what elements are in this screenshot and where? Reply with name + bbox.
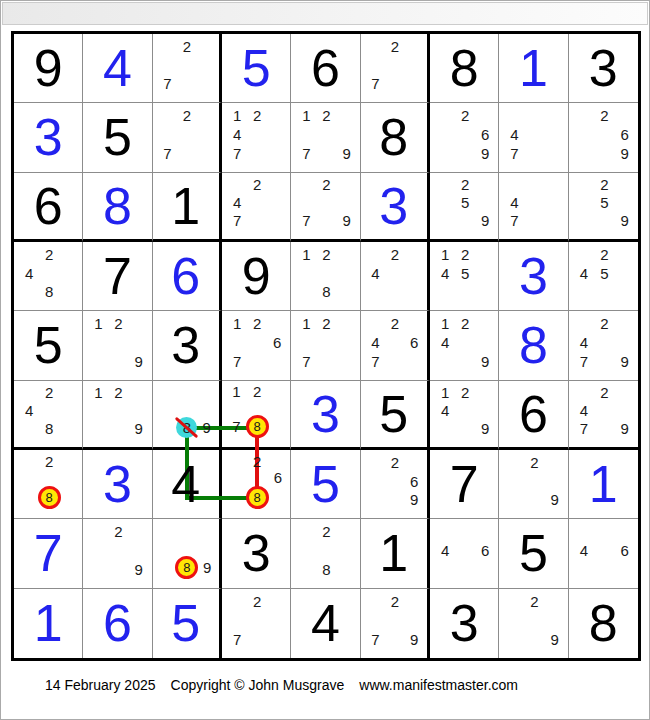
cell-r9c5[interactable]: 4 bbox=[291, 589, 360, 658]
given-digit: 7 bbox=[430, 450, 498, 518]
cell-r2c6[interactable]: 8 bbox=[361, 103, 430, 172]
cell-r9c3[interactable]: 5 bbox=[153, 589, 222, 658]
candidate-2: 2 bbox=[253, 594, 261, 609]
candidate-4: 4 bbox=[371, 335, 379, 350]
cell-r5c4[interactable]: 1267 bbox=[222, 311, 291, 380]
candidate-9: 9 bbox=[550, 492, 558, 507]
candidate-6: 6 bbox=[410, 474, 418, 489]
candidates: 1249 bbox=[430, 381, 498, 447]
candidate-4: 4 bbox=[510, 127, 518, 142]
cell-r3c8[interactable]: 47 bbox=[499, 173, 568, 242]
cell-r5c3[interactable]: 3 bbox=[153, 311, 222, 380]
cell-r7c5[interactable]: 5 bbox=[291, 450, 360, 519]
candidates: 29 bbox=[499, 450, 567, 518]
cell-r8c9[interactable]: 46 bbox=[569, 519, 638, 588]
candidates: 269 bbox=[430, 103, 498, 171]
candidate-9: 9 bbox=[134, 354, 142, 369]
candidate-7: 7 bbox=[302, 146, 310, 161]
cell-r3c3[interactable]: 1 bbox=[153, 173, 222, 242]
solved-digit: 6 bbox=[83, 589, 151, 658]
sudoku-board: 9427562781335271247127982694726968124727… bbox=[11, 31, 641, 661]
candidate-1: 1 bbox=[302, 247, 310, 262]
candidate-7: 7 bbox=[510, 146, 518, 161]
cell-r2c8[interactable]: 47 bbox=[499, 103, 568, 172]
title-bar bbox=[2, 2, 648, 25]
candidate-4: 4 bbox=[371, 266, 379, 281]
solved-digit: 8 bbox=[499, 311, 567, 379]
given-digit: 1 bbox=[361, 519, 427, 587]
cell-r7c8[interactable]: 29 bbox=[499, 450, 568, 519]
cell-r8c6[interactable]: 1 bbox=[361, 519, 430, 588]
candidate-2: 2 bbox=[391, 455, 399, 470]
candidate-2: 2 bbox=[391, 594, 399, 609]
cell-r3c5[interactable]: 279 bbox=[291, 173, 360, 242]
candidate-2: 2 bbox=[114, 385, 122, 400]
candidates: 1245 bbox=[430, 242, 498, 310]
given-digit: 6 bbox=[14, 173, 82, 239]
cell-r6c2[interactable]: 129 bbox=[83, 381, 152, 450]
candidate-7: 7 bbox=[233, 146, 241, 161]
cell-r3c6[interactable]: 3 bbox=[361, 173, 430, 242]
elimination-slash-icon bbox=[175, 416, 199, 438]
cell-r4c2[interactable]: 7 bbox=[83, 242, 152, 311]
candidate-1: 1 bbox=[441, 316, 449, 331]
cell-r1c9[interactable]: 3 bbox=[569, 34, 638, 103]
given-digit: 8 bbox=[361, 103, 427, 171]
given-digit: 6 bbox=[499, 381, 567, 447]
candidate-9: 9 bbox=[550, 632, 558, 647]
candidate-4: 4 bbox=[233, 195, 241, 210]
cell-r4c8[interactable]: 3 bbox=[499, 242, 568, 311]
candidates: 2467 bbox=[361, 311, 427, 379]
candidate-2: 2 bbox=[391, 316, 399, 331]
candidate-4: 4 bbox=[441, 543, 449, 558]
cell-r6c4[interactable]: 1278 bbox=[222, 381, 291, 450]
cell-r8c3[interactable]: 89 bbox=[153, 519, 222, 588]
cell-r3c7[interactable]: 259 bbox=[430, 173, 499, 242]
given-digit: 6 bbox=[291, 34, 359, 102]
candidates: 27 bbox=[361, 34, 427, 102]
candidate-6: 6 bbox=[481, 543, 489, 558]
candidates: 279 bbox=[291, 173, 359, 239]
page: 9427562781335271247127982694726968124727… bbox=[0, 0, 650, 720]
solved-digit: 3 bbox=[291, 381, 359, 447]
solved-digit: 5 bbox=[291, 450, 359, 518]
cell-r1c1[interactable]: 9 bbox=[14, 34, 83, 103]
candidate-1: 1 bbox=[94, 385, 102, 400]
candidate-7: 7 bbox=[510, 213, 518, 228]
cell-r2c2[interactable]: 5 bbox=[83, 103, 152, 172]
given-digit: 3 bbox=[569, 34, 638, 102]
candidate-5: 5 bbox=[600, 266, 608, 281]
cell-r4c4[interactable]: 9 bbox=[222, 242, 291, 311]
candidate-2: 2 bbox=[45, 385, 53, 400]
candidate-4: 4 bbox=[441, 335, 449, 350]
cell-r8c7[interactable]: 46 bbox=[430, 519, 499, 588]
eliminated-candidate-8: 8 bbox=[176, 417, 197, 438]
cell-r9c1[interactable]: 1 bbox=[14, 589, 83, 658]
candidate-8: 8 bbox=[45, 284, 53, 299]
candidate-7: 7 bbox=[233, 213, 241, 228]
given-digit: 7 bbox=[83, 242, 151, 310]
candidate-9: 9 bbox=[202, 420, 210, 435]
footer-date: 14 February 2025 bbox=[45, 677, 156, 693]
candidate-1: 1 bbox=[233, 108, 241, 123]
cell-r9c7[interactable]: 3 bbox=[430, 589, 499, 658]
candidates: 1278 bbox=[222, 381, 290, 447]
solved-digit: 1 bbox=[499, 34, 567, 102]
candidate-1: 1 bbox=[94, 316, 102, 331]
candidates: 127 bbox=[291, 311, 359, 379]
solved-digit: 3 bbox=[83, 450, 151, 518]
cell-r6c6[interactable]: 5 bbox=[361, 381, 430, 450]
candidate-6: 6 bbox=[273, 335, 281, 350]
given-digit: 4 bbox=[291, 589, 359, 658]
cell-r5c5[interactable]: 127 bbox=[291, 311, 360, 380]
candidates: 269 bbox=[569, 103, 638, 171]
cell-r2c9[interactable]: 269 bbox=[569, 103, 638, 172]
candidate-7: 7 bbox=[163, 146, 171, 161]
candidates: 46 bbox=[569, 519, 638, 587]
chain-node-candidate-8: 8 bbox=[38, 486, 61, 509]
candidates: 245 bbox=[569, 242, 638, 310]
cell-r5c9[interactable]: 2479 bbox=[569, 311, 638, 380]
candidate-9: 9 bbox=[621, 354, 629, 369]
candidate-2: 2 bbox=[600, 247, 608, 262]
given-digit: 3 bbox=[153, 311, 219, 379]
candidate-9: 9 bbox=[481, 146, 489, 161]
given-digit: 9 bbox=[14, 34, 82, 102]
candidate-5: 5 bbox=[461, 266, 469, 281]
candidate-2: 2 bbox=[114, 316, 122, 331]
solved-digit: 4 bbox=[83, 34, 151, 102]
candidate-2: 2 bbox=[391, 39, 399, 54]
solved-digit: 6 bbox=[153, 242, 219, 310]
candidates: 24 bbox=[361, 242, 427, 310]
candidate-1: 1 bbox=[302, 316, 310, 331]
cell-r7c7[interactable]: 7 bbox=[430, 450, 499, 519]
candidate-4: 4 bbox=[580, 266, 588, 281]
candidate-1: 1 bbox=[441, 247, 449, 262]
candidate-8: 8 bbox=[322, 562, 330, 577]
candidate-9: 9 bbox=[481, 421, 489, 436]
candidate-9: 9 bbox=[481, 213, 489, 228]
candidate-4: 4 bbox=[25, 403, 33, 418]
candidate-1: 1 bbox=[232, 384, 240, 399]
cell-r5c2[interactable]: 129 bbox=[83, 311, 152, 380]
cell-r3c2[interactable]: 8 bbox=[83, 173, 152, 242]
cell-r8c8[interactable]: 5 bbox=[499, 519, 568, 588]
candidate-2: 2 bbox=[322, 177, 330, 192]
cell-r4c1[interactable]: 248 bbox=[14, 242, 83, 311]
candidate-7: 7 bbox=[302, 354, 310, 369]
candidates: 27 bbox=[153, 103, 219, 171]
cell-r9c6[interactable]: 279 bbox=[361, 589, 430, 658]
cell-r9c9[interactable]: 8 bbox=[569, 589, 638, 658]
cell-r7c4[interactable]: 268 bbox=[222, 450, 291, 519]
candidates: 27 bbox=[222, 589, 290, 658]
candidate-6: 6 bbox=[410, 335, 418, 350]
candidate-4: 4 bbox=[580, 403, 588, 418]
candidate-6: 6 bbox=[481, 127, 489, 142]
given-digit: 8 bbox=[430, 34, 498, 102]
candidates: 1279 bbox=[291, 103, 359, 171]
cell-r3c4[interactable]: 247 bbox=[222, 173, 291, 242]
candidate-7: 7 bbox=[580, 354, 588, 369]
solved-digit: 5 bbox=[222, 34, 290, 102]
cell-r2c3[interactable]: 27 bbox=[153, 103, 222, 172]
candidate-1: 1 bbox=[441, 385, 449, 400]
cell-r4c5[interactable]: 128 bbox=[291, 242, 360, 311]
cell-r8c2[interactable]: 29 bbox=[83, 519, 152, 588]
cell-r7c9[interactable]: 1 bbox=[569, 450, 638, 519]
candidate-9: 9 bbox=[410, 492, 418, 507]
candidates: 27 bbox=[153, 34, 219, 102]
candidate-4: 4 bbox=[580, 543, 588, 558]
candidate-2: 2 bbox=[322, 524, 330, 539]
candidate-2: 2 bbox=[253, 108, 261, 123]
candidate-2: 2 bbox=[253, 384, 261, 399]
candidate-2: 2 bbox=[600, 385, 608, 400]
candidate-8: 8 bbox=[45, 421, 53, 436]
cell-r7c2[interactable]: 3 bbox=[83, 450, 152, 519]
candidates: 1249 bbox=[430, 311, 498, 379]
cell-r6c8[interactable]: 6 bbox=[499, 381, 568, 450]
candidates: 279 bbox=[361, 589, 427, 658]
cell-r9c8[interactable]: 29 bbox=[499, 589, 568, 658]
candidate-4: 4 bbox=[233, 127, 241, 142]
candidates: 28 bbox=[14, 450, 82, 518]
cell-r3c1[interactable]: 6 bbox=[14, 173, 83, 242]
candidate-2: 2 bbox=[253, 316, 261, 331]
cell-r9c4[interactable]: 27 bbox=[222, 589, 291, 658]
candidate-2: 2 bbox=[114, 524, 122, 539]
cell-r3c9[interactable]: 259 bbox=[569, 173, 638, 242]
candidate-7: 7 bbox=[302, 213, 310, 228]
candidates: 2479 bbox=[569, 381, 638, 447]
candidate-2: 2 bbox=[600, 316, 608, 331]
solved-digit: 7 bbox=[14, 519, 82, 587]
candidate-9: 9 bbox=[481, 354, 489, 369]
cell-r5c1[interactable]: 5 bbox=[14, 311, 83, 380]
candidate-2: 2 bbox=[530, 594, 538, 609]
given-digit: 9 bbox=[222, 242, 290, 310]
cell-r7c6[interactable]: 269 bbox=[361, 450, 430, 519]
candidate-7: 7 bbox=[163, 76, 171, 91]
candidate-2: 2 bbox=[322, 316, 330, 331]
solved-digit: 1 bbox=[569, 450, 638, 518]
given-digit: 5 bbox=[361, 381, 427, 447]
candidates: 129 bbox=[83, 381, 151, 447]
footer-copyright: Copyright © John Musgrave bbox=[171, 677, 345, 693]
cell-r4c7[interactable]: 1245 bbox=[430, 242, 499, 311]
cell-r6c9[interactable]: 2479 bbox=[569, 381, 638, 450]
candidate-2: 2 bbox=[461, 316, 469, 331]
given-digit: 5 bbox=[499, 519, 567, 587]
cell-r1c3[interactable]: 27 bbox=[153, 34, 222, 103]
given-digit: 3 bbox=[222, 519, 290, 587]
candidates: 259 bbox=[569, 173, 638, 239]
candidate-7: 7 bbox=[233, 632, 241, 647]
footer-website: www.manifestmaster.com bbox=[359, 677, 518, 693]
candidates: 248 bbox=[14, 242, 82, 310]
candidate-9: 9 bbox=[342, 213, 350, 228]
candidate-4: 4 bbox=[580, 335, 588, 350]
candidates: 129 bbox=[83, 311, 151, 379]
candidate-5: 5 bbox=[600, 195, 608, 210]
cell-r9c2[interactable]: 6 bbox=[83, 589, 152, 658]
given-digit: 5 bbox=[83, 103, 151, 171]
candidates: 128 bbox=[291, 242, 359, 310]
cell-r4c6[interactable]: 24 bbox=[361, 242, 430, 311]
cell-r6c7[interactable]: 1249 bbox=[430, 381, 499, 450]
cell-r1c5[interactable]: 6 bbox=[291, 34, 360, 103]
candidate-9: 9 bbox=[621, 421, 629, 436]
candidate-2: 2 bbox=[45, 454, 53, 469]
chain-node-candidate-8: 8 bbox=[246, 415, 269, 438]
cell-r4c3[interactable]: 6 bbox=[153, 242, 222, 311]
candidate-9: 9 bbox=[203, 560, 211, 575]
chain-node-candidate-8: 8 bbox=[246, 486, 269, 509]
cell-r2c5[interactable]: 1279 bbox=[291, 103, 360, 172]
candidate-8: 8 bbox=[322, 284, 330, 299]
candidate-1: 1 bbox=[302, 108, 310, 123]
candidate-9: 9 bbox=[621, 146, 629, 161]
candidate-9: 9 bbox=[410, 632, 418, 647]
candidate-4: 4 bbox=[510, 195, 518, 210]
cell-r8c5[interactable]: 28 bbox=[291, 519, 360, 588]
candidate-2: 2 bbox=[461, 385, 469, 400]
candidate-2: 2 bbox=[461, 247, 469, 262]
candidates: 46 bbox=[430, 519, 498, 587]
cell-r6c3[interactable]: 89 bbox=[153, 381, 222, 450]
given-digit: 5 bbox=[14, 311, 82, 379]
candidate-2: 2 bbox=[530, 455, 538, 470]
candidate-7: 7 bbox=[233, 354, 241, 369]
candidate-7: 7 bbox=[371, 76, 379, 91]
candidate-7: 7 bbox=[371, 354, 379, 369]
cell-r2c1[interactable]: 3 bbox=[14, 103, 83, 172]
cell-r8c1[interactable]: 7 bbox=[14, 519, 83, 588]
candidates: 1247 bbox=[222, 103, 290, 171]
cell-r4c9[interactable]: 245 bbox=[569, 242, 638, 311]
cell-r7c3[interactable]: 4 bbox=[153, 450, 222, 519]
candidate-6: 6 bbox=[274, 470, 282, 485]
candidate-5: 5 bbox=[461, 195, 469, 210]
solved-digit: 3 bbox=[499, 242, 567, 310]
cell-r1c4[interactable]: 5 bbox=[222, 34, 291, 103]
candidate-6: 6 bbox=[621, 543, 629, 558]
cell-r5c8[interactable]: 8 bbox=[499, 311, 568, 380]
candidates: 28 bbox=[291, 519, 359, 587]
candidate-2: 2 bbox=[600, 108, 608, 123]
candidate-2: 2 bbox=[600, 177, 608, 192]
candidate-2: 2 bbox=[183, 108, 191, 123]
solved-digit: 5 bbox=[153, 589, 219, 658]
cell-r6c1[interactable]: 248 bbox=[14, 381, 83, 450]
solved-digit: 8 bbox=[83, 173, 151, 239]
footer: 14 February 2025 Copyright © John Musgra… bbox=[45, 677, 518, 693]
candidates: 47 bbox=[499, 173, 567, 239]
cell-r8c4[interactable]: 3 bbox=[222, 519, 291, 588]
candidates: 2479 bbox=[569, 311, 638, 379]
candidate-7: 7 bbox=[371, 632, 379, 647]
candidates: 248 bbox=[14, 381, 82, 447]
candidates: 89 bbox=[153, 381, 219, 447]
candidates: 268 bbox=[222, 450, 290, 518]
candidate-9: 9 bbox=[134, 562, 142, 577]
solved-digit: 3 bbox=[14, 103, 82, 171]
given-digit: 4 bbox=[153, 450, 219, 518]
candidate-7: 7 bbox=[232, 419, 240, 434]
candidate-4: 4 bbox=[25, 266, 33, 281]
candidate-2: 2 bbox=[391, 247, 399, 262]
candidate-2: 2 bbox=[183, 39, 191, 54]
candidate-4: 4 bbox=[441, 266, 449, 281]
candidates: 89 bbox=[153, 519, 219, 587]
given-digit: 1 bbox=[153, 173, 219, 239]
candidate-9: 9 bbox=[621, 213, 629, 228]
candidate-4: 4 bbox=[441, 403, 449, 418]
candidates: 29 bbox=[83, 519, 151, 587]
candidate-9: 9 bbox=[134, 421, 142, 436]
solved-digit: 3 bbox=[361, 173, 427, 239]
candidate-2: 2 bbox=[461, 177, 469, 192]
cell-r5c7[interactable]: 1249 bbox=[430, 311, 499, 380]
solved-digit: 1 bbox=[14, 589, 82, 658]
cell-r2c4[interactable]: 1247 bbox=[222, 103, 291, 172]
candidate-1: 1 bbox=[233, 316, 241, 331]
given-digit: 3 bbox=[430, 589, 498, 658]
cell-r1c7[interactable]: 8 bbox=[430, 34, 499, 103]
cell-r1c6[interactable]: 27 bbox=[361, 34, 430, 103]
cell-r5c6[interactable]: 2467 bbox=[361, 311, 430, 380]
candidates: 259 bbox=[430, 173, 498, 239]
candidates: 47 bbox=[499, 103, 567, 171]
cell-r1c2[interactable]: 4 bbox=[83, 34, 152, 103]
candidates: 29 bbox=[499, 589, 567, 658]
cell-r1c8[interactable]: 1 bbox=[499, 34, 568, 103]
chain-node-candidate-8: 8 bbox=[175, 556, 198, 579]
given-digit: 8 bbox=[569, 589, 638, 658]
candidate-7: 7 bbox=[580, 421, 588, 436]
candidate-2: 2 bbox=[253, 454, 261, 469]
candidates: 247 bbox=[222, 173, 290, 239]
cell-r2c7[interactable]: 269 bbox=[430, 103, 499, 172]
cell-r6c5[interactable]: 3 bbox=[291, 381, 360, 450]
candidate-6: 6 bbox=[621, 127, 629, 142]
candidate-9: 9 bbox=[342, 146, 350, 161]
candidate-2: 2 bbox=[461, 108, 469, 123]
candidate-2: 2 bbox=[45, 247, 53, 262]
cell-r7c1[interactable]: 28 bbox=[14, 450, 83, 519]
candidate-2: 2 bbox=[253, 177, 261, 192]
candidate-2: 2 bbox=[322, 108, 330, 123]
candidate-2: 2 bbox=[322, 247, 330, 262]
candidates: 269 bbox=[361, 450, 427, 518]
candidates: 1267 bbox=[222, 311, 290, 379]
